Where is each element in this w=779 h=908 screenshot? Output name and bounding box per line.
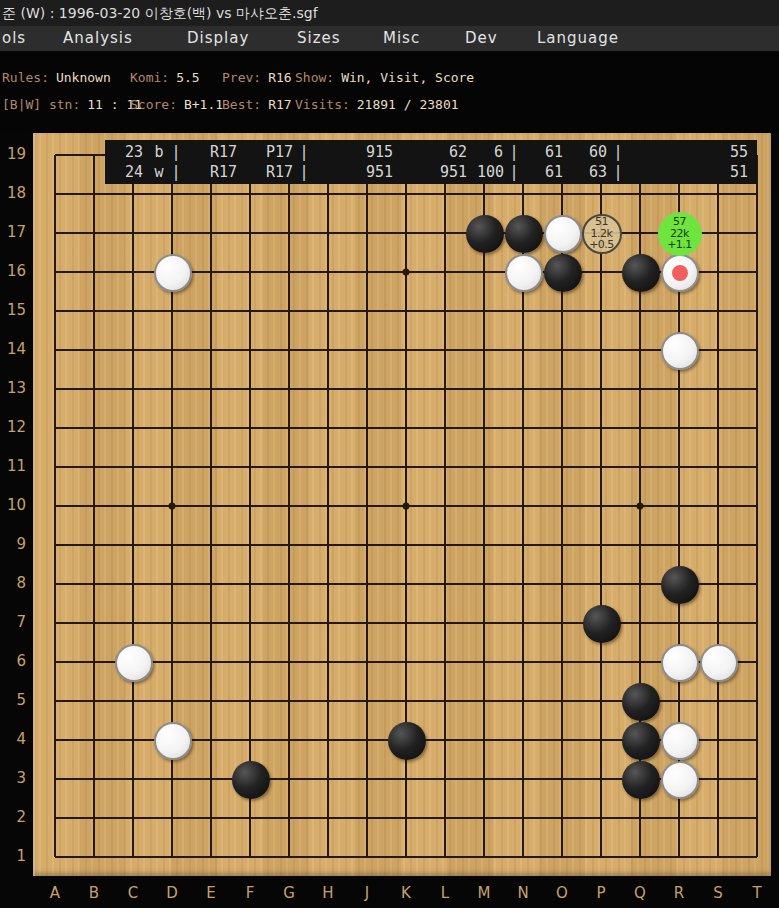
analysis-move-P17[interactable]: 511.2k+0.5 xyxy=(582,214,622,254)
stone-black-Q16[interactable] xyxy=(622,254,660,292)
col-label-S: S xyxy=(699,883,737,903)
stone-white-R16[interactable] xyxy=(661,254,699,292)
row-label-4: 4 xyxy=(0,729,26,749)
info-value: 21891 / 23801 xyxy=(357,97,459,112)
col-label-P: P xyxy=(582,883,620,903)
board-surface[interactable]: 5722k+1.1511.2k+0.5 23b|R17P17|915626|61… xyxy=(33,133,771,876)
info-label: Prev: xyxy=(222,70,261,85)
col-label-B: B xyxy=(75,883,113,903)
info-panel: Rules:UnknownKomi:5.5Prev:R16Show:Win, V… xyxy=(0,51,779,133)
col-label-C: C xyxy=(114,883,152,903)
move-list-cell: 60 xyxy=(575,142,607,162)
info-score: Score:B+1.1 xyxy=(130,96,223,114)
move-list-separator: | xyxy=(171,142,181,162)
stone-black-F3[interactable] xyxy=(232,761,270,799)
col-label-H: H xyxy=(309,883,347,903)
info-visits: Visits:21891 / 23801 xyxy=(295,96,459,114)
menu-bar: olsAnalysisDisplaySizesMiscDevLanguage xyxy=(0,26,779,51)
row-label-17: 17 xyxy=(0,222,26,242)
move-list-cell: 951 xyxy=(323,162,393,182)
last-move-marker xyxy=(672,265,688,281)
window-title: 준 (W) : 1996-03-20 이창호(백) vs 마샤오춘.sgf xyxy=(2,5,318,21)
info-value: R17 xyxy=(268,97,291,112)
col-label-A: A xyxy=(36,883,74,903)
stone-black-M17[interactable] xyxy=(466,215,504,253)
move-list-cell: 6 xyxy=(477,142,503,162)
row-label-8: 8 xyxy=(0,573,26,593)
move-list-separator: | xyxy=(299,162,309,182)
row-label-6: 6 xyxy=(0,651,26,671)
menu-item-analysis[interactable]: Analysis xyxy=(63,26,133,51)
move-list-bar: 23b|R17P17|915626|6160|5524w|R17R17|9519… xyxy=(105,140,757,184)
col-label-E: E xyxy=(192,883,230,903)
stone-white-D4[interactable] xyxy=(154,722,192,760)
stone-white-D16[interactable] xyxy=(154,254,192,292)
move-list-cell: 915 xyxy=(323,142,393,162)
info-label: Rules: xyxy=(2,70,49,85)
info-label: Visits: xyxy=(295,97,350,112)
row-label-12: 12 xyxy=(0,417,26,437)
info-label: Score: xyxy=(130,97,177,112)
row-label-5: 5 xyxy=(0,690,26,710)
stone-black-R8[interactable] xyxy=(661,566,699,604)
row-label-16: 16 xyxy=(0,261,26,281)
stone-black-P7[interactable] xyxy=(583,605,621,643)
row-label-7: 7 xyxy=(0,612,26,632)
move-list-separator: | xyxy=(299,142,309,162)
row-label-1: 1 xyxy=(0,846,26,866)
title-bar: 준 (W) : 1996-03-20 이창호(백) vs 마샤오춘.sgf xyxy=(0,0,779,26)
info-value: R16 xyxy=(268,70,291,85)
menu-item-language[interactable]: Language xyxy=(537,26,619,51)
move-list-cell: 951 xyxy=(403,162,467,182)
stone-white-R14[interactable] xyxy=(661,332,699,370)
move-list-cell: b xyxy=(151,142,167,162)
move-list-separator: | xyxy=(171,162,181,182)
move-list-cell: P17 xyxy=(243,142,293,162)
move-list-separator: | xyxy=(613,162,623,182)
stone-white-N16[interactable] xyxy=(505,254,543,292)
info-label: [B|W] stn: xyxy=(2,97,80,112)
menu-item-misc[interactable]: Misc xyxy=(383,26,420,51)
col-label-D: D xyxy=(153,883,191,903)
row-label-18: 18 xyxy=(0,183,26,203)
move-list-cell: w xyxy=(151,162,167,182)
move-list-cell: 63 xyxy=(575,162,607,182)
row-label-3: 3 xyxy=(0,768,26,788)
col-label-O: O xyxy=(543,883,581,903)
row-label-11: 11 xyxy=(0,456,26,476)
col-label-J: J xyxy=(348,883,386,903)
move-list-cell: R17 xyxy=(185,142,237,162)
row-label-2: 2 xyxy=(0,807,26,827)
move-list-cell: R17 xyxy=(243,162,293,182)
info-prev: Prev:R16 xyxy=(222,69,292,87)
menu-item-dev[interactable]: Dev xyxy=(465,26,498,51)
hint-score: +0.5 xyxy=(589,239,614,251)
col-label-M: M xyxy=(465,883,503,903)
move-list-cell: 100 xyxy=(477,162,503,182)
stone-black-Q4[interactable] xyxy=(622,722,660,760)
menu-item-sizes[interactable]: Sizes xyxy=(297,26,341,51)
col-label-K: K xyxy=(387,883,425,903)
col-label-T: T xyxy=(738,883,776,903)
move-list-separator: | xyxy=(509,162,519,182)
row-label-14: 14 xyxy=(0,339,26,359)
col-label-L: L xyxy=(426,883,464,903)
info-rules: Rules:Unknown xyxy=(2,69,111,87)
move-list-separator: | xyxy=(613,142,623,162)
menu-item-ols[interactable]: ols xyxy=(2,26,26,51)
stone-black-O16[interactable] xyxy=(544,254,582,292)
col-label-F: F xyxy=(231,883,269,903)
row-label-9: 9 xyxy=(0,534,26,554)
stone-white-C6[interactable] xyxy=(115,644,153,682)
stone-white-O17[interactable] xyxy=(544,215,582,253)
move-list-cell: 24 xyxy=(109,162,143,182)
row-label-10: 10 xyxy=(0,495,26,515)
app-window: 준 (W) : 1996-03-20 이창호(백) vs 마샤오춘.sgf ol… xyxy=(0,0,779,908)
row-label-13: 13 xyxy=(0,378,26,398)
info-value: Unknown xyxy=(56,70,111,85)
info-bwstn: [B|W] stn:11 : 11 xyxy=(2,96,142,114)
col-label-N: N xyxy=(504,883,542,903)
stone-white-S6[interactable] xyxy=(700,644,738,682)
move-list-cell: 23 xyxy=(109,142,143,162)
stone-white-R4[interactable] xyxy=(661,722,699,760)
stone-black-N17[interactable] xyxy=(505,215,543,253)
menu-item-display[interactable]: Display xyxy=(187,26,249,51)
col-label-Q: Q xyxy=(621,883,659,903)
col-label-G: G xyxy=(270,883,308,903)
info-komi: Komi:5.5 xyxy=(130,69,200,87)
stone-white-R3[interactable] xyxy=(661,761,699,799)
hint-score: +1.1 xyxy=(667,239,692,251)
stone-white-R6[interactable] xyxy=(661,644,699,682)
info-label: Show: xyxy=(295,70,334,85)
info-value: B+1.1 xyxy=(184,97,223,112)
info-value: 5.5 xyxy=(176,70,199,85)
info-label: Komi: xyxy=(130,70,169,85)
move-list-separator: | xyxy=(509,142,519,162)
stone-black-K4[interactable] xyxy=(388,722,426,760)
stone-black-Q5[interactable] xyxy=(622,683,660,721)
move-list-cell: 51 xyxy=(665,162,748,182)
analysis-move-R17[interactable]: 5722k+1.1 xyxy=(658,212,702,256)
move-list-cell: 62 xyxy=(403,142,467,162)
info-best: Best:R17 xyxy=(222,96,292,114)
move-list-cell: R17 xyxy=(185,162,237,182)
move-list-cell: 61 xyxy=(533,162,563,182)
col-label-R: R xyxy=(660,883,698,903)
row-label-19: 19 xyxy=(0,144,26,164)
row-label-15: 15 xyxy=(0,300,26,320)
info-value: Win, Visit, Score xyxy=(341,70,474,85)
info-label: Best: xyxy=(222,97,261,112)
move-list-cell: 55 xyxy=(665,142,748,162)
move-list-cell: 61 xyxy=(533,142,563,162)
stone-black-Q3[interactable] xyxy=(622,761,660,799)
info-show: Show:Win, Visit, Score xyxy=(295,69,474,87)
